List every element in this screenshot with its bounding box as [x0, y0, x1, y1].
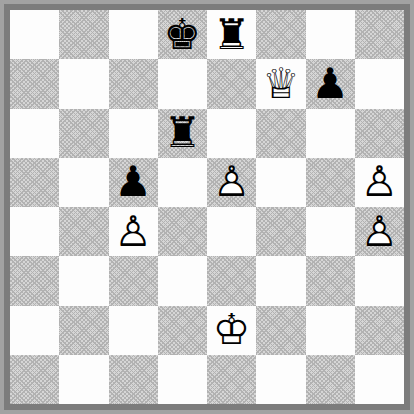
square-d6[interactable]: ♜ [158, 109, 207, 158]
square-c4[interactable]: ♟♙ [109, 207, 158, 256]
piece-white-pawn-h5[interactable]: ♟♙ [355, 158, 404, 207]
square-g1[interactable] [306, 355, 355, 404]
square-a4[interactable] [10, 207, 59, 256]
square-h8[interactable] [355, 10, 404, 59]
square-c1[interactable] [109, 355, 158, 404]
piece-white-pawn-c4[interactable]: ♟♙ [109, 207, 158, 256]
square-h6[interactable] [355, 109, 404, 158]
square-h2[interactable] [355, 306, 404, 355]
square-e3[interactable] [207, 256, 256, 305]
square-a2[interactable] [10, 306, 59, 355]
square-c7[interactable] [109, 59, 158, 108]
square-h4[interactable]: ♟♙ [355, 207, 404, 256]
white-pawn-glyph-outline: ♙ [207, 158, 256, 207]
white-king-glyph-outline: ♔ [207, 306, 256, 355]
square-h1[interactable] [355, 355, 404, 404]
square-e8[interactable]: ♜ [207, 10, 256, 59]
square-c8[interactable] [109, 10, 158, 59]
square-f7[interactable]: ♛♕ [256, 59, 305, 108]
black-king-glyph-fill: ♚ [158, 10, 207, 59]
square-f1[interactable] [256, 355, 305, 404]
square-e6[interactable] [207, 109, 256, 158]
square-f6[interactable] [256, 109, 305, 158]
square-f5[interactable] [256, 158, 305, 207]
square-a6[interactable] [10, 109, 59, 158]
square-b6[interactable] [59, 109, 108, 158]
square-h5[interactable]: ♟♙ [355, 158, 404, 207]
square-e5[interactable]: ♟♙ [207, 158, 256, 207]
piece-white-pawn-e5[interactable]: ♟♙ [207, 158, 256, 207]
piece-black-king-d8[interactable]: ♚ [158, 10, 207, 59]
square-f2[interactable] [256, 306, 305, 355]
square-d4[interactable] [158, 207, 207, 256]
piece-white-king-e2[interactable]: ♚♔ [207, 306, 256, 355]
square-f8[interactable] [256, 10, 305, 59]
square-b7[interactable] [59, 59, 108, 108]
square-c5[interactable]: ♟ [109, 158, 158, 207]
chess-board-frame: ♚♜♛♕♟♜♟♟♙♟♙♟♙♟♙♚♔ [0, 0, 414, 414]
white-pawn-glyph-outline: ♙ [109, 207, 158, 256]
square-a7[interactable] [10, 59, 59, 108]
square-d5[interactable] [158, 158, 207, 207]
square-d7[interactable] [158, 59, 207, 108]
square-g8[interactable] [306, 10, 355, 59]
white-queen-glyph-outline: ♕ [256, 59, 305, 108]
square-c3[interactable] [109, 256, 158, 305]
square-e4[interactable] [207, 207, 256, 256]
square-f4[interactable] [256, 207, 305, 256]
piece-black-pawn-c5[interactable]: ♟ [109, 158, 158, 207]
square-e7[interactable] [207, 59, 256, 108]
square-c6[interactable] [109, 109, 158, 158]
square-f3[interactable] [256, 256, 305, 305]
square-a1[interactable] [10, 355, 59, 404]
square-g5[interactable] [306, 158, 355, 207]
square-g2[interactable] [306, 306, 355, 355]
square-d8[interactable]: ♚ [158, 10, 207, 59]
black-pawn-glyph-fill: ♟ [306, 59, 355, 108]
black-rook-glyph-fill: ♜ [158, 109, 207, 158]
square-e1[interactable] [207, 355, 256, 404]
chess-board: ♚♜♛♕♟♜♟♟♙♟♙♟♙♟♙♚♔ [10, 10, 404, 404]
white-pawn-glyph-outline: ♙ [355, 207, 404, 256]
black-pawn-glyph-fill: ♟ [109, 158, 158, 207]
square-b1[interactable] [59, 355, 108, 404]
square-a3[interactable] [10, 256, 59, 305]
square-a8[interactable] [10, 10, 59, 59]
square-g4[interactable] [306, 207, 355, 256]
square-g6[interactable] [306, 109, 355, 158]
square-a5[interactable] [10, 158, 59, 207]
piece-white-pawn-h4[interactable]: ♟♙ [355, 207, 404, 256]
square-d3[interactable] [158, 256, 207, 305]
square-b5[interactable] [59, 158, 108, 207]
black-rook-glyph-fill: ♜ [207, 10, 256, 59]
white-pawn-glyph-outline: ♙ [355, 158, 404, 207]
square-e2[interactable]: ♚♔ [207, 306, 256, 355]
square-d1[interactable] [158, 355, 207, 404]
piece-black-rook-d6[interactable]: ♜ [158, 109, 207, 158]
square-b2[interactable] [59, 306, 108, 355]
square-h7[interactable] [355, 59, 404, 108]
square-c2[interactable] [109, 306, 158, 355]
square-h3[interactable] [355, 256, 404, 305]
piece-white-queen-f7[interactable]: ♛♕ [256, 59, 305, 108]
square-b3[interactable] [59, 256, 108, 305]
piece-black-rook-e8[interactable]: ♜ [207, 10, 256, 59]
square-g7[interactable]: ♟ [306, 59, 355, 108]
square-b4[interactable] [59, 207, 108, 256]
square-b8[interactable] [59, 10, 108, 59]
square-g3[interactable] [306, 256, 355, 305]
piece-black-pawn-g7[interactable]: ♟ [306, 59, 355, 108]
square-d2[interactable] [158, 306, 207, 355]
